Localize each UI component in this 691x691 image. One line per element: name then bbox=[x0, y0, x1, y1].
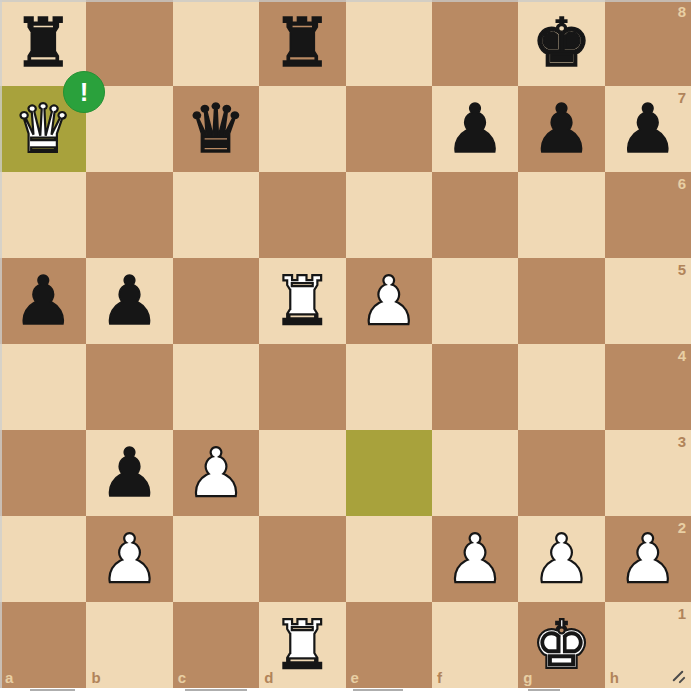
square-g8[interactable]: ♚ bbox=[518, 0, 604, 86]
square-f1[interactable]: f bbox=[432, 602, 518, 688]
window-border-left bbox=[0, 0, 2, 688]
square-c2[interactable] bbox=[173, 516, 259, 602]
square-h2[interactable]: 2♟ bbox=[605, 516, 691, 602]
piece-white-pawn-e5[interactable]: ♟ bbox=[346, 258, 432, 344]
piece-black-pawn-b5[interactable]: ♟ bbox=[86, 258, 172, 344]
square-e1[interactable]: e bbox=[346, 602, 432, 688]
piece-black-pawn-a5[interactable]: ♟ bbox=[0, 258, 86, 344]
piece-white-rook-d1[interactable]: ♜ bbox=[259, 602, 345, 688]
square-h3[interactable]: 3 bbox=[605, 430, 691, 516]
square-h6[interactable]: 6 bbox=[605, 172, 691, 258]
rank-label-8: 8 bbox=[678, 3, 686, 20]
square-f4[interactable] bbox=[432, 344, 518, 430]
square-f5[interactable] bbox=[432, 258, 518, 344]
piece-black-pawn-b3[interactable]: ♟ bbox=[86, 430, 172, 516]
square-a6[interactable] bbox=[0, 172, 86, 258]
piece-white-rook-d5[interactable]: ♜ bbox=[259, 258, 345, 344]
square-d5[interactable]: ♜ bbox=[259, 258, 345, 344]
square-g6[interactable] bbox=[518, 172, 604, 258]
square-f7[interactable]: ♟ bbox=[432, 86, 518, 172]
good-move-badge: ! bbox=[63, 71, 105, 113]
square-f8[interactable] bbox=[432, 0, 518, 86]
square-f3[interactable] bbox=[432, 430, 518, 516]
resize-handle[interactable] bbox=[670, 667, 688, 685]
square-e8[interactable] bbox=[346, 0, 432, 86]
file-label-b: b bbox=[91, 669, 100, 686]
square-g7[interactable]: ♟ bbox=[518, 86, 604, 172]
square-d8[interactable]: ♜ bbox=[259, 0, 345, 86]
window-border-top bbox=[0, 0, 691, 2]
square-f6[interactable] bbox=[432, 172, 518, 258]
square-h4[interactable]: 4 bbox=[605, 344, 691, 430]
square-c4[interactable] bbox=[173, 344, 259, 430]
square-e7[interactable] bbox=[346, 86, 432, 172]
square-e6[interactable] bbox=[346, 172, 432, 258]
rank-label-5: 5 bbox=[678, 261, 686, 278]
square-e5[interactable]: ♟ bbox=[346, 258, 432, 344]
piece-white-pawn-h2[interactable]: ♟ bbox=[605, 516, 691, 602]
square-e2[interactable] bbox=[346, 516, 432, 602]
rank-label-1: 1 bbox=[678, 605, 686, 622]
square-b1[interactable]: b bbox=[86, 602, 172, 688]
square-c8[interactable] bbox=[173, 0, 259, 86]
rank-label-3: 3 bbox=[678, 433, 686, 450]
square-b3[interactable]: ♟ bbox=[86, 430, 172, 516]
rank-label-4: 4 bbox=[678, 347, 686, 364]
square-e4[interactable] bbox=[346, 344, 432, 430]
square-g5[interactable] bbox=[518, 258, 604, 344]
square-a5[interactable]: ♟ bbox=[0, 258, 86, 344]
square-a3[interactable] bbox=[0, 430, 86, 516]
piece-black-pawn-h7[interactable]: ♟ bbox=[605, 86, 691, 172]
square-d7[interactable] bbox=[259, 86, 345, 172]
square-b6[interactable] bbox=[86, 172, 172, 258]
square-g4[interactable] bbox=[518, 344, 604, 430]
square-d4[interactable] bbox=[259, 344, 345, 430]
square-f2[interactable]: ♟ bbox=[432, 516, 518, 602]
square-g2[interactable]: ♟ bbox=[518, 516, 604, 602]
square-e3[interactable] bbox=[346, 430, 432, 516]
square-h7[interactable]: 7♟ bbox=[605, 86, 691, 172]
square-c5[interactable] bbox=[173, 258, 259, 344]
piece-black-king-g8[interactable]: ♚ bbox=[518, 0, 604, 86]
square-b4[interactable] bbox=[86, 344, 172, 430]
square-c6[interactable] bbox=[173, 172, 259, 258]
piece-white-pawn-c3[interactable]: ♟ bbox=[173, 430, 259, 516]
square-a7[interactable]: ♛! bbox=[0, 86, 86, 172]
square-a2[interactable] bbox=[0, 516, 86, 602]
square-b5[interactable]: ♟ bbox=[86, 258, 172, 344]
square-a4[interactable] bbox=[0, 344, 86, 430]
rank-label-6: 6 bbox=[678, 175, 686, 192]
piece-white-pawn-b2[interactable]: ♟ bbox=[86, 516, 172, 602]
square-c3[interactable]: ♟ bbox=[173, 430, 259, 516]
file-label-h: h bbox=[610, 669, 619, 686]
square-d2[interactable] bbox=[259, 516, 345, 602]
square-g1[interactable]: g♚ bbox=[518, 602, 604, 688]
square-b2[interactable]: ♟ bbox=[86, 516, 172, 602]
chess-app-window: ♜♜♚8♛!♛♟♟7♟6♟♟♜♟54♟♟3♟♟♟2♟abcd♜efg♚1h bbox=[0, 0, 691, 691]
file-label-c: c bbox=[178, 669, 186, 686]
square-h8[interactable]: 8 bbox=[605, 0, 691, 86]
piece-black-rook-d8[interactable]: ♜ bbox=[259, 0, 345, 86]
piece-white-king-g1[interactable]: ♚ bbox=[518, 602, 604, 688]
piece-black-pawn-g7[interactable]: ♟ bbox=[518, 86, 604, 172]
square-g3[interactable] bbox=[518, 430, 604, 516]
piece-black-pawn-f7[interactable]: ♟ bbox=[432, 86, 518, 172]
square-b8[interactable] bbox=[86, 0, 172, 86]
file-label-e: e bbox=[351, 669, 359, 686]
piece-black-queen-c7[interactable]: ♛ bbox=[173, 86, 259, 172]
piece-white-pawn-g2[interactable]: ♟ bbox=[518, 516, 604, 602]
square-h5[interactable]: 5 bbox=[605, 258, 691, 344]
file-label-a: a bbox=[5, 669, 13, 686]
resize-grip-line bbox=[678, 676, 685, 683]
chess-board: ♜♜♚8♛!♛♟♟7♟6♟♟♜♟54♟♟3♟♟♟2♟abcd♜efg♚1h bbox=[0, 0, 691, 688]
piece-white-pawn-f2[interactable]: ♟ bbox=[432, 516, 518, 602]
square-d1[interactable]: d♜ bbox=[259, 602, 345, 688]
square-d3[interactable] bbox=[259, 430, 345, 516]
square-d6[interactable] bbox=[259, 172, 345, 258]
square-c7[interactable]: ♛ bbox=[173, 86, 259, 172]
square-a1[interactable]: a bbox=[0, 602, 86, 688]
file-label-f: f bbox=[437, 669, 442, 686]
square-c1[interactable]: c bbox=[173, 602, 259, 688]
